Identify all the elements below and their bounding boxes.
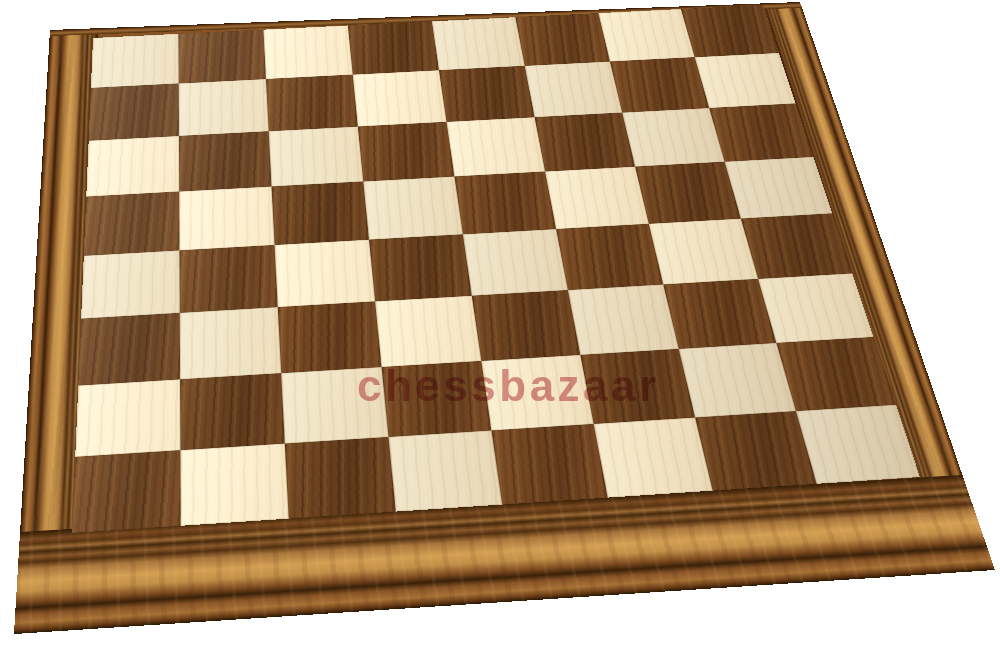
square-g3: [663, 279, 776, 349]
square-f7: [525, 62, 622, 118]
square-h5: [725, 157, 833, 219]
square-a7: [89, 83, 179, 140]
square-a6: [86, 136, 179, 197]
square-c7: [266, 75, 358, 132]
square-b6: [179, 131, 272, 191]
square-f6: [535, 113, 635, 172]
square-f1: [594, 418, 713, 498]
square-g4: [649, 219, 758, 285]
square-g2: [679, 343, 796, 418]
square-b2: [180, 373, 285, 450]
product-photo: chessbazaar: [0, 0, 1000, 667]
square-g8: [598, 9, 694, 61]
square-h8: [681, 5, 779, 57]
square-f3: [568, 284, 679, 354]
square-b8: [178, 30, 266, 84]
square-d7: [353, 70, 447, 126]
square-d8: [348, 21, 439, 74]
square-b4: [179, 245, 277, 313]
square-h4: [741, 213, 852, 278]
square-g1: [695, 411, 817, 491]
square-g5: [635, 162, 741, 224]
square-c8: [263, 25, 352, 79]
square-e8: [432, 17, 525, 70]
square-a8: [91, 34, 179, 88]
square-g6: [622, 108, 724, 167]
square-a5: [84, 192, 180, 256]
watermark-text: chessbazaar: [357, 364, 660, 408]
square-h6: [709, 103, 813, 161]
square-d3: [375, 296, 481, 367]
square-e4: [463, 229, 568, 296]
square-b1: [180, 444, 288, 526]
square-c1: [285, 437, 396, 519]
square-e3: [472, 290, 581, 361]
square-e6: [446, 117, 545, 176]
square-c5: [272, 181, 369, 245]
square-a3: [78, 313, 180, 386]
square-e5: [454, 172, 556, 235]
square-c6: [269, 127, 364, 187]
square-e7: [439, 66, 535, 122]
square-f4: [556, 224, 663, 290]
square-b3: [180, 307, 281, 379]
square-f8: [515, 13, 610, 66]
square-g7: [610, 57, 709, 112]
square-d5: [363, 176, 463, 239]
square-a4: [81, 250, 180, 318]
square-e1: [491, 424, 607, 505]
square-b5: [179, 186, 274, 250]
square-f5: [545, 167, 649, 229]
square-c4: [275, 240, 376, 307]
square-b7: [179, 79, 269, 136]
square-d6: [358, 122, 455, 182]
square-h7: [695, 53, 796, 108]
square-d4: [369, 234, 472, 301]
square-a2: [75, 379, 180, 457]
square-d1: [388, 430, 502, 511]
square-a1: [72, 450, 181, 533]
